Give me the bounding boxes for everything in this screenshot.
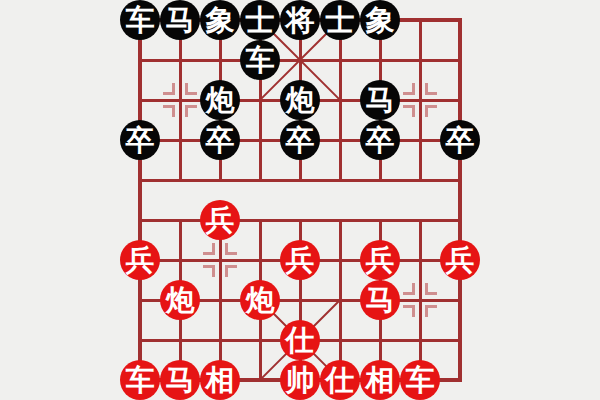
piece-black-soldier[interactable]: 卒: [360, 120, 400, 160]
point-marker-corner: [403, 283, 415, 295]
piece-black-advisor[interactable]: 士: [320, 0, 360, 40]
board-cell: [342, 182, 382, 222]
point-marker-corner: [185, 105, 197, 117]
piece-red-soldier[interactable]: 兵: [120, 240, 160, 280]
piece-black-soldier[interactable]: 卒: [120, 120, 160, 160]
board-cell: [382, 182, 422, 222]
point-marker-corner: [163, 83, 175, 95]
point-marker-corner: [225, 243, 237, 255]
point-marker: [163, 83, 197, 117]
board-cell: [422, 22, 462, 62]
piece-red-soldier[interactable]: 兵: [280, 240, 320, 280]
piece-black-soldier[interactable]: 卒: [440, 120, 480, 160]
piece-black-soldier[interactable]: 卒: [280, 120, 320, 160]
board-cell: [422, 182, 462, 222]
piece-red-horse[interactable]: 马: [160, 360, 200, 400]
point-marker-corner: [403, 105, 415, 117]
board-cell: [262, 182, 302, 222]
piece-red-soldier[interactable]: 兵: [440, 240, 480, 280]
piece-black-horse[interactable]: 马: [360, 80, 400, 120]
board-cell: [302, 182, 342, 222]
point-marker-corner: [403, 83, 415, 95]
piece-red-soldier[interactable]: 兵: [360, 240, 400, 280]
piece-black-cannon[interactable]: 炮: [200, 80, 240, 120]
point-marker-corner: [163, 105, 175, 117]
piece-red-elephant[interactable]: 相: [360, 360, 400, 400]
piece-black-general[interactable]: 将: [280, 0, 320, 40]
piece-red-soldier[interactable]: 兵: [200, 200, 240, 240]
piece-black-horse[interactable]: 马: [160, 0, 200, 40]
piece-red-advisor[interactable]: 仕: [280, 320, 320, 360]
piece-red-advisor[interactable]: 仕: [320, 360, 360, 400]
piece-red-cannon[interactable]: 炮: [160, 280, 200, 320]
board-cell: [142, 182, 182, 222]
point-marker: [403, 83, 437, 117]
point-marker-corner: [203, 265, 215, 277]
point-marker-corner: [225, 265, 237, 277]
piece-black-soldier[interactable]: 卒: [200, 120, 240, 160]
point-marker-corner: [425, 105, 437, 117]
piece-red-horse[interactable]: 马: [360, 280, 400, 320]
piece-black-rook[interactable]: 车: [120, 0, 160, 40]
piece-red-elephant[interactable]: 相: [200, 360, 240, 400]
point-marker: [403, 283, 437, 317]
piece-black-elephant[interactable]: 象: [360, 0, 400, 40]
point-marker-corner: [203, 243, 215, 255]
point-marker: [203, 243, 237, 277]
piece-black-advisor[interactable]: 士: [240, 0, 280, 40]
piece-red-general[interactable]: 帅: [280, 360, 320, 400]
point-marker-corner: [403, 305, 415, 317]
point-marker-corner: [425, 305, 437, 317]
point-marker-corner: [425, 83, 437, 95]
point-marker-corner: [185, 83, 197, 95]
xiangqi-app-window: 车马象士将士象车炮炮马卒卒卒卒卒兵兵兵兵兵炮炮马仕车马相帅仕相车: [0, 0, 600, 400]
piece-red-cannon[interactable]: 炮: [240, 280, 280, 320]
piece-red-rook[interactable]: 车: [120, 360, 160, 400]
piece-black-cannon[interactable]: 炮: [280, 80, 320, 120]
piece-black-elephant[interactable]: 象: [200, 0, 240, 40]
piece-red-rook[interactable]: 车: [400, 360, 440, 400]
piece-black-rook[interactable]: 车: [240, 40, 280, 80]
point-marker-corner: [425, 283, 437, 295]
